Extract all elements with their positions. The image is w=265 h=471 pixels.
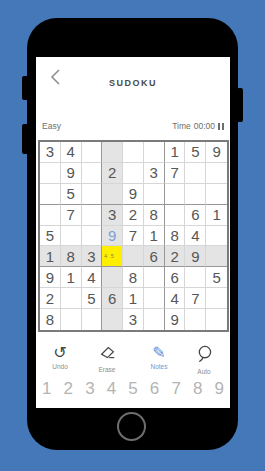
- given-digit: 4: [170, 291, 178, 306]
- difficulty-label: Easy: [42, 121, 61, 131]
- numpad-6[interactable]: 6: [150, 379, 159, 399]
- cell-r2c6[interactable]: 3: [144, 163, 165, 184]
- given-digit: 9: [212, 144, 220, 159]
- given-digit: 5: [87, 291, 95, 306]
- cell-r6c8[interactable]: 9: [185, 246, 206, 267]
- given-digit: 7: [66, 207, 74, 222]
- cell-r1c6[interactable]: [144, 142, 165, 163]
- cell-r7c4[interactable]: [102, 267, 123, 288]
- cell-r1c3[interactable]: [82, 142, 103, 163]
- cell-r6c5[interactable]: [123, 246, 144, 267]
- given-digit: 5: [66, 186, 74, 201]
- numpad-3[interactable]: 3: [85, 379, 94, 399]
- cell-r2c9[interactable]: [206, 163, 227, 184]
- cell-r3c3[interactable]: [82, 184, 103, 205]
- cell-r7c3[interactable]: 4: [82, 267, 103, 288]
- cell-r9c8[interactable]: [185, 309, 206, 330]
- given-digit: 1: [212, 207, 220, 222]
- cell-r1c7[interactable]: 1: [165, 142, 186, 163]
- cell-r4c9[interactable]: 1: [206, 205, 227, 226]
- number-pad: 123456789: [42, 379, 224, 399]
- given-digit: 6: [108, 291, 116, 306]
- cell-r4c7[interactable]: [165, 205, 186, 226]
- time-value: 00:00: [194, 121, 215, 131]
- user-digit: 9: [108, 228, 116, 243]
- given-digit: 3: [87, 249, 95, 264]
- cell-r4c6[interactable]: 8: [144, 205, 165, 226]
- given-digit: 8: [150, 207, 158, 222]
- erase-button[interactable]: Erase: [92, 345, 122, 373]
- cell-r8c3[interactable]: 5: [82, 288, 103, 309]
- cell-r8c5[interactable]: 1: [123, 288, 144, 309]
- cell-r2c5[interactable]: [123, 163, 144, 184]
- cell-r8c2[interactable]: [61, 288, 82, 309]
- cell-r5c2[interactable]: [61, 226, 82, 247]
- cell-r9c1[interactable]: 8: [40, 309, 61, 330]
- given-digit: 9: [170, 312, 178, 327]
- cell-r4c4[interactable]: 3: [102, 205, 123, 226]
- cell-r4c8[interactable]: 6: [185, 205, 206, 226]
- cell-r2c3[interactable]: [82, 163, 103, 184]
- cell-r3c4[interactable]: [102, 184, 123, 205]
- cell-r5c4[interactable]: 9: [102, 226, 123, 247]
- given-digit: 5: [46, 228, 54, 243]
- given-digit: 1: [129, 291, 137, 306]
- cell-r3c5[interactable]: 9: [123, 184, 144, 205]
- given-digit: 7: [129, 228, 137, 243]
- cell-r5c1[interactable]: 5: [40, 226, 61, 247]
- cell-r6c4[interactable]: 45: [102, 246, 123, 267]
- cell-r7c2[interactable]: 1: [61, 267, 82, 288]
- given-digit: 9: [191, 249, 199, 264]
- sudoku-board: 3415992375973286159718418345629914865256…: [38, 140, 229, 332]
- undo-label: Undo: [52, 363, 68, 370]
- cell-r8c7[interactable]: 4: [165, 288, 186, 309]
- page-title: SUDOKU: [36, 78, 230, 88]
- cell-r6c2[interactable]: 8: [61, 246, 82, 267]
- cell-r8c4[interactable]: 6: [102, 288, 123, 309]
- given-digit: 2: [129, 207, 137, 222]
- notes-button[interactable]: ✎ Notes: [144, 345, 174, 370]
- cell-r1c9[interactable]: 9: [206, 142, 227, 163]
- cell-r8c1[interactable]: 2: [40, 288, 61, 309]
- numpad-1[interactable]: 1: [42, 379, 51, 399]
- given-digit: 9: [46, 270, 54, 285]
- given-digit: 3: [129, 312, 137, 327]
- cell-r6c7[interactable]: 2: [165, 246, 186, 267]
- given-digit: 3: [108, 207, 116, 222]
- given-digit: 2: [170, 249, 178, 264]
- cell-r1c2[interactable]: 4: [61, 142, 82, 163]
- cell-r1c5[interactable]: [123, 142, 144, 163]
- cell-r3c6[interactable]: [144, 184, 165, 205]
- numpad-7[interactable]: 7: [171, 379, 180, 399]
- auto-icon: [196, 345, 213, 366]
- given-digit: 6: [191, 207, 199, 222]
- cell-r8c6[interactable]: [144, 288, 165, 309]
- cell-r5c7[interactable]: 8: [165, 226, 186, 247]
- given-digit: 7: [191, 291, 199, 306]
- numpad-8[interactable]: 8: [193, 379, 202, 399]
- cell-r7c1[interactable]: 9: [40, 267, 61, 288]
- given-digit: 3: [46, 144, 54, 159]
- auto-label: Auto: [197, 368, 210, 375]
- cell-r6c1[interactable]: 1: [40, 246, 61, 267]
- numpad-4[interactable]: 4: [107, 379, 116, 399]
- cell-r3c8[interactable]: [185, 184, 206, 205]
- given-digit: 8: [170, 228, 178, 243]
- given-digit: 9: [66, 165, 74, 180]
- app-screen: SUDOKU Easy Time 00:00 34159923759732861…: [36, 57, 230, 408]
- cell-r9c9[interactable]: [206, 309, 227, 330]
- given-digit: 6: [150, 249, 158, 264]
- phone-mockup: SUDOKU Easy Time 00:00 34159923759732861…: [0, 0, 265, 471]
- cell-r1c1[interactable]: 3: [40, 142, 61, 163]
- given-digit: 9: [129, 186, 137, 201]
- cell-r9c4[interactable]: [102, 309, 123, 330]
- auto-button[interactable]: Auto: [189, 345, 219, 375]
- erase-label: Erase: [99, 366, 116, 373]
- cell-r4c3[interactable]: [82, 205, 103, 226]
- cell-r1c4[interactable]: [102, 142, 123, 163]
- cell-r2c1[interactable]: [40, 163, 61, 184]
- cell-r9c3[interactable]: [82, 309, 103, 330]
- cell-r7c8[interactable]: [185, 267, 206, 288]
- home-button[interactable]: [117, 412, 146, 441]
- cell-r5c5[interactable]: 7: [123, 226, 144, 247]
- cell-r6c9[interactable]: [206, 246, 227, 267]
- cell-r7c9[interactable]: 5: [206, 267, 227, 288]
- status-bar: Easy Time 00:00: [42, 121, 224, 131]
- cell-r7c5[interactable]: 8: [123, 267, 144, 288]
- given-digit: 4: [191, 228, 199, 243]
- given-digit: 5: [212, 270, 220, 285]
- cell-r5c6[interactable]: 1: [144, 226, 165, 247]
- cell-r3c2[interactable]: 5: [61, 184, 82, 205]
- time-label: Time: [172, 121, 191, 131]
- given-digit: 1: [150, 228, 158, 243]
- cell-r4c5[interactable]: 2: [123, 205, 144, 226]
- given-digit: 4: [66, 144, 74, 159]
- notes-label: Notes: [151, 363, 168, 370]
- cell-r7c6[interactable]: [144, 267, 165, 288]
- cell-r2c2[interactable]: 9: [61, 163, 82, 184]
- numpad-2[interactable]: 2: [64, 379, 73, 399]
- cell-r6c3[interactable]: 3: [82, 246, 103, 267]
- cell-r6c6[interactable]: 6: [144, 246, 165, 267]
- given-digit: 8: [66, 249, 74, 264]
- cell-r5c8[interactable]: 4: [185, 226, 206, 247]
- given-digit: 8: [129, 270, 137, 285]
- undo-icon: ↺: [53, 345, 66, 361]
- cell-r5c9[interactable]: [206, 226, 227, 247]
- cell-r1c8[interactable]: 5: [185, 142, 206, 163]
- pencil-notes: 45: [102, 246, 122, 266]
- numpad-9[interactable]: 9: [215, 379, 224, 399]
- cell-r9c7[interactable]: 9: [165, 309, 186, 330]
- cell-r3c7[interactable]: [165, 184, 186, 205]
- given-digit: 6: [170, 270, 178, 285]
- undo-button[interactable]: ↺ Undo: [45, 345, 75, 370]
- given-digit: 7: [170, 165, 178, 180]
- timer: Time 00:00: [172, 121, 224, 131]
- cell-r8c8[interactable]: 7: [185, 288, 206, 309]
- cell-r5c3[interactable]: [82, 226, 103, 247]
- cell-r2c8[interactable]: [185, 163, 206, 184]
- cell-r3c1[interactable]: [40, 184, 61, 205]
- cell-r7c7[interactable]: 6: [165, 267, 186, 288]
- eraser-icon: [99, 345, 116, 364]
- given-digit: 5: [191, 144, 199, 159]
- given-digit: 1: [66, 270, 74, 285]
- given-digit: 1: [170, 144, 178, 159]
- cell-r4c1[interactable]: [40, 205, 61, 226]
- given-digit: 3: [150, 165, 158, 180]
- cell-r3c9[interactable]: [206, 184, 227, 205]
- cell-r9c5[interactable]: 3: [123, 309, 144, 330]
- cell-r2c7[interactable]: 7: [165, 163, 186, 184]
- given-digit: 2: [46, 291, 54, 306]
- given-digit: 4: [87, 270, 95, 285]
- numpad-5[interactable]: 5: [128, 379, 137, 399]
- cell-r9c2[interactable]: [61, 309, 82, 330]
- given-digit: 1: [46, 249, 54, 264]
- cell-r4c2[interactable]: 7: [61, 205, 82, 226]
- pause-icon[interactable]: [218, 123, 224, 130]
- cell-r2c4[interactable]: 2: [102, 163, 123, 184]
- given-digit: 2: [108, 165, 116, 180]
- cell-r8c9[interactable]: [206, 288, 227, 309]
- pencil-icon: ✎: [152, 345, 165, 361]
- cell-r9c6[interactable]: [144, 309, 165, 330]
- given-digit: 8: [46, 312, 54, 327]
